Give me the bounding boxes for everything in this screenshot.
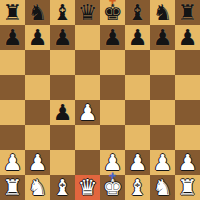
square-b6[interactable] [25, 50, 50, 75]
black-pawn[interactable]: ♟ [50, 100, 75, 125]
black-pawn[interactable]: ♟ [175, 25, 200, 50]
black-rook[interactable]: ♜ [0, 0, 25, 25]
white-king[interactable]: ♚✚ [100, 175, 125, 200]
square-c5[interactable] [50, 75, 75, 100]
white-queen[interactable]: ♛ [75, 175, 100, 200]
square-d2[interactable] [75, 150, 100, 175]
white-bishop[interactable]: ♝ [125, 175, 150, 200]
square-b3[interactable] [25, 125, 50, 150]
square-h1[interactable]: ♜ [175, 175, 200, 200]
square-f4[interactable] [125, 100, 150, 125]
square-h4[interactable] [175, 100, 200, 125]
square-f7[interactable]: ♟ [125, 25, 150, 50]
chess-board: ♜♞♝♛♚✚♝♞♜♟♟♟♟♟♟♟♟♟♟♟♟♟♟♟♜♞♝♛♚✚♝♞♜ [0, 0, 200, 200]
square-g1[interactable]: ♞ [150, 175, 175, 200]
square-g6[interactable] [150, 50, 175, 75]
square-b8[interactable]: ♞ [25, 0, 50, 25]
white-pawn[interactable]: ♟ [175, 150, 200, 175]
square-h6[interactable] [175, 50, 200, 75]
white-pawn[interactable]: ♟ [75, 100, 100, 125]
square-e3[interactable] [100, 125, 125, 150]
black-bishop[interactable]: ♝ [50, 0, 75, 25]
square-d1[interactable]: ♛ [75, 175, 100, 200]
black-pawn[interactable]: ♟ [100, 25, 125, 50]
square-d5[interactable] [75, 75, 100, 100]
black-knight[interactable]: ♞ [25, 0, 50, 25]
square-b5[interactable] [25, 75, 50, 100]
square-g3[interactable] [150, 125, 175, 150]
square-b2[interactable]: ♟ [25, 150, 50, 175]
square-e4[interactable] [100, 100, 125, 125]
white-king-cross-icon: ✚ [109, 172, 117, 181]
square-f8[interactable]: ♝ [125, 0, 150, 25]
square-d3[interactable] [75, 125, 100, 150]
white-bishop[interactable]: ♝ [50, 175, 75, 200]
white-pawn[interactable]: ♟ [25, 150, 50, 175]
black-pawn[interactable]: ♟ [50, 25, 75, 50]
square-f6[interactable] [125, 50, 150, 75]
square-c3[interactable] [50, 125, 75, 150]
square-d8[interactable]: ♛ [75, 0, 100, 25]
white-knight[interactable]: ♞ [150, 175, 175, 200]
square-g4[interactable] [150, 100, 175, 125]
square-e5[interactable] [100, 75, 125, 100]
square-b1[interactable]: ♞ [25, 175, 50, 200]
square-g5[interactable] [150, 75, 175, 100]
square-a8[interactable]: ♜ [0, 0, 25, 25]
square-d7[interactable] [75, 25, 100, 50]
square-d6[interactable] [75, 50, 100, 75]
white-knight[interactable]: ♞ [25, 175, 50, 200]
black-pawn[interactable]: ♟ [25, 25, 50, 50]
square-e1[interactable]: ♚✚ [100, 175, 125, 200]
black-king[interactable]: ♚✚ [100, 0, 125, 25]
black-pawn[interactable]: ♟ [125, 25, 150, 50]
square-b4[interactable] [25, 100, 50, 125]
square-a6[interactable] [0, 50, 25, 75]
white-pawn[interactable]: ♟ [0, 150, 25, 175]
square-a3[interactable] [0, 125, 25, 150]
square-e7[interactable]: ♟ [100, 25, 125, 50]
square-h3[interactable] [175, 125, 200, 150]
square-f2[interactable]: ♟ [125, 150, 150, 175]
black-rook[interactable]: ♜ [175, 0, 200, 25]
square-a7[interactable]: ♟ [0, 25, 25, 50]
square-f1[interactable]: ♝ [125, 175, 150, 200]
square-e8[interactable]: ♚✚ [100, 0, 125, 25]
square-c6[interactable] [50, 50, 75, 75]
square-f5[interactable] [125, 75, 150, 100]
square-h5[interactable] [175, 75, 200, 100]
black-queen[interactable]: ♛ [75, 0, 100, 25]
white-pawn[interactable]: ♟ [125, 150, 150, 175]
square-e6[interactable] [100, 50, 125, 75]
square-g8[interactable]: ♞ [150, 0, 175, 25]
square-h8[interactable]: ♜ [175, 0, 200, 25]
black-pawn[interactable]: ♟ [0, 25, 25, 50]
square-c2[interactable] [50, 150, 75, 175]
square-a2[interactable]: ♟ [0, 150, 25, 175]
square-f3[interactable] [125, 125, 150, 150]
square-c1[interactable]: ♝ [50, 175, 75, 200]
square-c4[interactable]: ♟ [50, 100, 75, 125]
square-a5[interactable] [0, 75, 25, 100]
square-h7[interactable]: ♟ [175, 25, 200, 50]
white-rook[interactable]: ♜ [175, 175, 200, 200]
square-h2[interactable]: ♟ [175, 150, 200, 175]
black-bishop[interactable]: ♝ [125, 0, 150, 25]
square-g2[interactable]: ♟ [150, 150, 175, 175]
black-pawn[interactable]: ♟ [150, 25, 175, 50]
black-knight[interactable]: ♞ [150, 0, 175, 25]
square-c8[interactable]: ♝ [50, 0, 75, 25]
square-d4[interactable]: ♟ [75, 100, 100, 125]
white-rook[interactable]: ♜ [0, 175, 25, 200]
square-a4[interactable] [0, 100, 25, 125]
white-pawn[interactable]: ♟ [150, 150, 175, 175]
square-c7[interactable]: ♟ [50, 25, 75, 50]
square-b7[interactable]: ♟ [25, 25, 50, 50]
black-king-cross-icon: ✚ [109, 0, 117, 6]
square-a1[interactable]: ♜ [0, 175, 25, 200]
square-g7[interactable]: ♟ [150, 25, 175, 50]
